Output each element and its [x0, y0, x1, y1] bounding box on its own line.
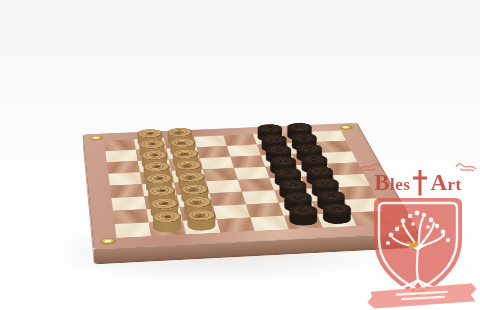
blesart-watermark: Bles Art	[356, 154, 480, 310]
brand-lockup: Bles Art	[356, 154, 480, 194]
brass-fastener	[340, 125, 354, 130]
product-photo-stage: Bles Art	[0, 0, 480, 310]
brand-prefix-rest: les	[390, 175, 410, 194]
square-r8c4[interactable]	[217, 217, 255, 232]
brand-initial-a: A	[430, 170, 447, 195]
square-r8c5[interactable]	[250, 216, 289, 231]
square-r5c1[interactable]	[110, 184, 144, 198]
flourish-right-icon	[454, 160, 478, 174]
square-r4c1[interactable]	[108, 172, 142, 185]
square-r4c5[interactable]	[234, 167, 270, 180]
square-r8c1[interactable]	[115, 222, 152, 238]
brand-initial-b: B	[374, 170, 390, 195]
square-r6c5[interactable]	[242, 190, 279, 204]
ribbon-banner	[363, 281, 478, 310]
brand-suffix-rest: rt	[448, 175, 462, 194]
brass-fastener	[90, 136, 103, 141]
cross-icon	[412, 169, 428, 197]
brass-fastener	[101, 238, 116, 245]
